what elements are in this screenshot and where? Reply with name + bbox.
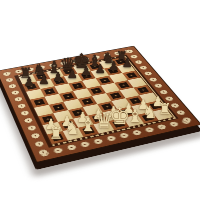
piece-black-pawn-g7[interactable]: ♟ <box>108 60 119 72</box>
piece-white-queen-d1[interactable]: ♛ <box>95 110 114 131</box>
piece-black-pawn-b7[interactable]: ♟ <box>38 73 49 86</box>
piece-black-pawn-f7[interactable]: ♟ <box>95 63 106 75</box>
piece-black-pawn-h7[interactable]: ♟ <box>122 58 133 70</box>
piece-white-rook-a1[interactable]: ♜ <box>49 126 63 142</box>
piece-black-pawn-d7[interactable]: ♟ <box>67 68 78 80</box>
piece-white-bishop-c1[interactable]: ♝ <box>80 116 97 135</box>
piece-white-knight-g1[interactable]: ♞ <box>142 104 157 121</box>
piece-black-pawn-c7[interactable]: ♟ <box>53 70 64 83</box>
piece-black-pawn-e7[interactable]: ♟ <box>81 65 92 77</box>
chess-set-photo: ♜♞♝♛♚♝♞♜♟♟♟♟♟♟♟♟♟♟♟♟♟♟♟♟♜♞♝♛♚♝♞♜ <box>0 0 200 200</box>
piece-black-pawn-a7[interactable]: ♟ <box>24 76 35 89</box>
piece-white-rook-h1[interactable]: ♜ <box>158 102 172 117</box>
piece-white-knight-b1[interactable]: ♞ <box>65 121 81 139</box>
